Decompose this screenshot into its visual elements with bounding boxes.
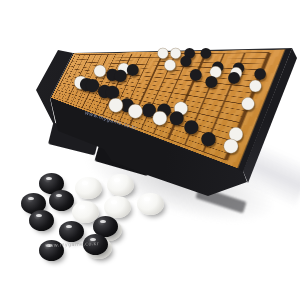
star-point xyxy=(77,77,79,78)
star-point xyxy=(185,94,191,96)
star-point xyxy=(69,93,71,94)
loose-stone-white xyxy=(104,196,131,218)
star-point xyxy=(85,62,87,63)
loose-stone-white xyxy=(137,193,164,215)
loose-stone-white xyxy=(75,177,102,199)
go-set-product-photo: ●●●●●●●●●●●●●●●●●●●●●●●●●●●●●●●●●●●●●● w… xyxy=(0,0,300,300)
star-point xyxy=(172,123,177,126)
star-point xyxy=(116,83,119,84)
star-point xyxy=(197,66,203,68)
star-point xyxy=(126,63,129,64)
loose-stone-black xyxy=(29,210,54,231)
loose-stone-black xyxy=(59,221,84,242)
star-point xyxy=(106,104,109,106)
loose-stone-white xyxy=(107,174,134,196)
loose-stone-black xyxy=(49,190,74,211)
